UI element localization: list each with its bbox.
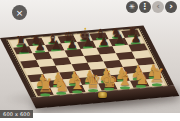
black-pawn: ♟	[83, 37, 94, 48]
white-king: ♚	[101, 73, 118, 90]
chevron-right-icon: ›	[169, 2, 173, 12]
kebab-menu-icon: ⋮	[141, 3, 149, 11]
white-rook: ♜	[149, 68, 166, 85]
board-border: ♜♞♝♛♚♝♞♜♟♟♟♟♟♟♟♟♟♟♟♟♟♟♟♟♜♞♝♛♚♝♞♜	[6, 28, 169, 98]
next-image-button[interactable]: ›	[165, 1, 177, 13]
close-button[interactable]: ×	[12, 5, 27, 20]
black-pawn: ♟	[19, 43, 30, 54]
chess-board: ♜♞♝♛♚♝♞♜♟♟♟♟♟♟♟♟♟♟♟♟♟♟♟♟♜♞♝♛♚♝♞♜	[10, 30, 166, 97]
black-pawn: ♟	[67, 39, 78, 50]
image-preview-overlay: ♜♞♝♛♚♝♞♜♟♟♟♟♟♟♟♟♟♟♟♟♟♟♟♟♜♞♝♛♚♝♞♜ 600 x 6…	[0, 0, 180, 121]
visual-search-button[interactable]: ✳	[126, 1, 138, 13]
black-pawn: ♟	[115, 34, 126, 45]
visual-search-icon: ✳	[129, 3, 135, 11]
chess-set-photo[interactable]: ♜♞♝♛♚♝♞♜♟♟♟♟♟♟♟♟♟♟♟♟♟♟♟♟♜♞♝♛♚♝♞♜	[0, 0, 180, 121]
black-pawn: ♟	[35, 41, 46, 52]
black-pawn: ♟	[51, 40, 62, 51]
top-right-actions: ✳ ⋮ ‹ ›	[126, 1, 177, 13]
brass-clasp	[98, 92, 107, 98]
black-pawn: ♟	[131, 33, 142, 44]
black-pawn: ♟	[99, 36, 110, 47]
chevron-left-icon: ‹	[156, 2, 160, 12]
image-dimensions-badge: 600 x 600	[0, 110, 33, 118]
white-rook: ♜	[37, 78, 54, 95]
more-options-button[interactable]: ⋮	[139, 1, 151, 13]
previous-image-button[interactable]: ‹	[152, 1, 164, 13]
square-h1: ♜	[146, 78, 165, 86]
close-icon: ×	[16, 8, 24, 18]
board-frame: ♜♞♝♛♚♝♞♜♟♟♟♟♟♟♟♟♟♟♟♟♟♟♟♟♜♞♝♛♚♝♞♜	[0, 25, 174, 98]
white-queen: ♛	[85, 74, 102, 91]
